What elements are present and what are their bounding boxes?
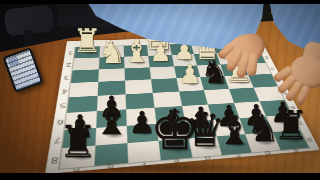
letterbox-bottom [0,173,320,180]
piece-shadow [72,134,95,141]
piece-shadow [66,153,98,163]
piece-shadow [164,128,186,135]
piece-shadow [224,140,253,149]
piece-shadow [184,82,203,88]
piece-shadow [193,126,214,132]
piece-shadow [207,80,230,87]
piece-shadow [280,136,309,145]
piece-shadow [104,60,126,67]
piece-shadow [148,46,178,55]
piece-shadow [230,78,254,85]
video-frame: 1122334455667788hhggffeeddccbbaa ♚♛♜♜♞♝♟… [0,0,320,180]
piece-shadow [276,120,296,126]
piece-shadow [79,49,102,56]
piece-shadow [134,130,156,137]
piece-shadow [253,138,280,146]
piece-shadow [221,124,242,130]
piece-shadow [155,58,172,63]
piece-shadow [178,58,195,63]
letterbox-top [0,0,320,4]
piece-shadow [159,144,199,156]
piece-shadow [128,59,151,66]
piece-shadow [100,131,129,140]
piece-shadow [249,122,270,128]
piece-shadow [104,115,125,121]
